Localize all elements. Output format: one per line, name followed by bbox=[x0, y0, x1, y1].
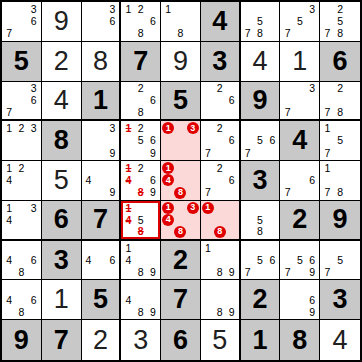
candidate-digit: 7 bbox=[321, 147, 334, 159]
empty-candidate-slot bbox=[202, 83, 214, 95]
candidate-digit: 1 bbox=[3, 162, 15, 174]
cell-r2c8[interactable]: 1 bbox=[280, 42, 320, 82]
empty-candidate-slot bbox=[266, 214, 278, 226]
candidate-grid: 26 bbox=[201, 82, 239, 120]
candidate-digit: 7 bbox=[321, 187, 334, 199]
empty-candidate-slot bbox=[306, 94, 318, 106]
empty-candidate-slot bbox=[15, 174, 27, 186]
cell-r6c7[interactable]: 58 bbox=[241, 201, 281, 241]
given-digit: 3 bbox=[333, 286, 348, 313]
empty-candidate-slot bbox=[94, 174, 106, 186]
candidate-digit: 4 bbox=[122, 294, 134, 306]
cell-r3c7[interactable]: 9 bbox=[241, 82, 281, 122]
candidate-digit: 4 bbox=[3, 214, 15, 226]
empty-candidate-slot bbox=[3, 306, 15, 318]
candidate-digit: 5 bbox=[334, 15, 347, 27]
cell-r6c1[interactable]: 134 bbox=[2, 201, 42, 241]
empty-candidate-slot bbox=[202, 106, 214, 118]
empty-candidate-slot bbox=[281, 254, 293, 266]
empty-candidate-slot bbox=[321, 94, 334, 106]
candidate-digit: 4 bbox=[3, 294, 15, 306]
empty-candidate-slot bbox=[266, 147, 278, 159]
cell-r5c5[interactable]: 148 bbox=[161, 161, 201, 201]
cell-r1c7[interactable]: 578 bbox=[241, 2, 281, 42]
empty-candidate-slot bbox=[187, 147, 199, 159]
cell-r8c4[interactable]: 489 bbox=[121, 280, 161, 320]
empty-candidate-slot bbox=[226, 83, 238, 95]
empty-candidate-slot bbox=[226, 294, 238, 306]
cell-r8c1[interactable]: 468 bbox=[2, 280, 42, 320]
cell-r3c8[interactable]: 37 bbox=[280, 82, 320, 122]
candidate-digit: 9 bbox=[147, 266, 159, 278]
cell-r2c4[interactable]: 7 bbox=[121, 42, 161, 82]
empty-candidate-slot bbox=[3, 135, 15, 147]
solved-digit: 1 bbox=[54, 286, 69, 313]
cell-r1c8[interactable]: 357 bbox=[280, 2, 320, 42]
candidate-digit: 7 bbox=[281, 266, 293, 278]
cell-r9c6[interactable]: 5 bbox=[201, 320, 241, 360]
cell-r2c6[interactable]: 3 bbox=[201, 42, 241, 82]
given-digit: 7 bbox=[133, 48, 148, 75]
cell-r5c9[interactable]: 178 bbox=[320, 161, 360, 201]
candidate-digit: 7 bbox=[281, 187, 293, 199]
cell-r6c3[interactable]: 7 bbox=[82, 201, 122, 241]
candidate-digit: 6 bbox=[226, 174, 238, 186]
cell-r1c2[interactable]: 9 bbox=[42, 2, 82, 42]
candidate-grid: 1268 bbox=[121, 2, 160, 41]
candidate-digit: 1 bbox=[122, 242, 134, 254]
empty-candidate-slot bbox=[3, 83, 15, 95]
empty-candidate-slot bbox=[281, 162, 293, 174]
empty-candidate-slot bbox=[254, 147, 266, 159]
cell-r8c8[interactable]: 69 bbox=[280, 280, 320, 320]
empty-candidate-slot bbox=[266, 226, 278, 238]
empty-candidate-slot bbox=[135, 242, 147, 254]
cell-r4c2[interactable]: 8 bbox=[42, 121, 82, 161]
candidate-digit: 6 bbox=[106, 254, 118, 266]
empty-candidate-slot bbox=[135, 202, 147, 214]
chain-candidate: 3 bbox=[187, 122, 199, 134]
given-digit: 8 bbox=[292, 327, 307, 354]
cell-r5c1[interactable]: 124 bbox=[2, 161, 42, 201]
cell-r7c5[interactable]: 2 bbox=[161, 241, 201, 281]
cell-r4c4[interactable]: 12569 bbox=[121, 121, 161, 161]
chain-candidate: 3 bbox=[187, 202, 199, 214]
candidate-digit: 6 bbox=[306, 254, 318, 266]
given-digit: 6 bbox=[173, 327, 188, 354]
cell-r9c1[interactable]: 9 bbox=[2, 320, 42, 360]
cell-r5c7[interactable]: 3 bbox=[241, 161, 281, 201]
candidate-grid: 148 bbox=[161, 161, 200, 200]
candidate-grid: 18 bbox=[161, 2, 200, 41]
candidate-digit: 2 bbox=[135, 122, 147, 134]
cell-r8c2[interactable]: 1 bbox=[42, 280, 82, 320]
cell-r4c8[interactable]: 4 bbox=[280, 121, 320, 161]
candidate-grid: 123 bbox=[2, 121, 41, 160]
empty-candidate-slot bbox=[242, 15, 254, 27]
cell-r9c4[interactable]: 3 bbox=[121, 320, 161, 360]
cell-r5c8[interactable]: 67 bbox=[280, 161, 320, 201]
cell-r3c1[interactable]: 367 bbox=[2, 82, 42, 122]
empty-candidate-slot bbox=[83, 162, 95, 174]
candidate-grid: 367 bbox=[2, 82, 41, 120]
empty-candidate-slot bbox=[294, 174, 306, 186]
empty-candidate-slot bbox=[306, 281, 318, 293]
cell-r4c3[interactable]: 39 bbox=[82, 121, 122, 161]
empty-candidate-slot bbox=[214, 242, 226, 254]
candidate-digit: 9 bbox=[106, 147, 118, 159]
candidate-digit: 1 bbox=[162, 3, 174, 15]
empty-candidate-slot bbox=[187, 3, 199, 15]
empty-candidate-slot bbox=[3, 94, 15, 106]
given-digit: 3 bbox=[253, 167, 268, 194]
empty-candidate-slot bbox=[94, 187, 106, 199]
empty-candidate-slot bbox=[242, 135, 254, 147]
empty-candidate-slot bbox=[306, 187, 318, 199]
cell-r6c2[interactable]: 6 bbox=[42, 201, 82, 241]
empty-candidate-slot bbox=[281, 83, 293, 95]
empty-candidate-slot bbox=[122, 281, 134, 293]
empty-candidate-slot bbox=[94, 147, 106, 159]
candidate-digit: 9 bbox=[106, 187, 118, 199]
empty-candidate-slot bbox=[202, 214, 214, 226]
candidate-digit: 5 bbox=[254, 254, 266, 266]
candidate-digit: 6 bbox=[226, 94, 238, 106]
solved-digit: 9 bbox=[173, 48, 188, 75]
candidate-grid: 157 bbox=[320, 121, 360, 160]
eliminated-candidate: 8 bbox=[135, 226, 147, 238]
empty-candidate-slot bbox=[106, 266, 118, 278]
candidate-digit: 2 bbox=[214, 122, 226, 134]
empty-candidate-slot bbox=[122, 83, 134, 95]
candidate-digit: 8 bbox=[174, 28, 186, 40]
cell-r6c8[interactable]: 2 bbox=[280, 201, 320, 241]
empty-candidate-slot bbox=[226, 226, 238, 238]
cell-r8c9[interactable]: 3 bbox=[320, 280, 360, 320]
chain-candidate: 4 bbox=[162, 214, 174, 226]
candidate-grid: 134 bbox=[2, 201, 41, 239]
cell-r7c4[interactable]: 1489 bbox=[121, 241, 161, 281]
cell-r7c8[interactable]: 5679 bbox=[280, 241, 320, 281]
candidate-digit: 5 bbox=[254, 135, 266, 147]
empty-candidate-slot bbox=[147, 83, 159, 95]
empty-candidate-slot bbox=[294, 94, 306, 106]
candidate-grid: 89 bbox=[201, 280, 239, 319]
empty-candidate-slot bbox=[28, 214, 40, 226]
empty-candidate-slot bbox=[214, 254, 226, 266]
candidate-digit: 9 bbox=[147, 147, 159, 159]
empty-candidate-slot bbox=[106, 242, 118, 254]
empty-candidate-slot bbox=[321, 15, 334, 27]
solved-digit: 4 bbox=[253, 48, 268, 75]
cell-r8c5[interactable]: 7 bbox=[161, 280, 201, 320]
candidate-digit: 9 bbox=[226, 306, 238, 318]
empty-candidate-slot bbox=[294, 162, 306, 174]
chain-candidate-bubble: 3 bbox=[187, 122, 199, 134]
empty-candidate-slot bbox=[15, 15, 27, 27]
empty-candidate-slot bbox=[294, 83, 306, 95]
candidate-grid: 357 bbox=[280, 2, 319, 41]
candidate-grid: 124 bbox=[2, 161, 41, 200]
empty-candidate-slot bbox=[94, 135, 106, 147]
empty-candidate-slot bbox=[187, 15, 199, 27]
empty-candidate-slot bbox=[321, 3, 334, 15]
cell-r9c3[interactable]: 2 bbox=[82, 320, 122, 360]
empty-candidate-slot bbox=[15, 3, 27, 15]
empty-candidate-slot bbox=[94, 15, 106, 27]
cell-r5c6[interactable]: 267 bbox=[201, 161, 241, 201]
empty-candidate-slot bbox=[202, 122, 214, 134]
cell-r9c5[interactable]: 6 bbox=[161, 320, 201, 360]
empty-candidate-slot bbox=[174, 214, 186, 226]
candidate-digit: 5 bbox=[254, 15, 266, 27]
empty-candidate-slot bbox=[321, 83, 334, 95]
given-digit: 6 bbox=[54, 206, 69, 233]
empty-candidate-slot bbox=[214, 214, 226, 226]
chain-candidate: 8 bbox=[174, 187, 186, 199]
cell-r2c3[interactable]: 8 bbox=[82, 42, 122, 82]
empty-candidate-slot bbox=[106, 174, 118, 186]
cell-r3c4[interactable]: 268 bbox=[121, 82, 161, 122]
empty-candidate-slot bbox=[321, 254, 334, 266]
given-digit: 2 bbox=[292, 206, 307, 233]
cell-r7c6[interactable]: 189 bbox=[201, 241, 241, 281]
candidate-grid: 567 bbox=[241, 121, 280, 160]
empty-candidate-slot bbox=[174, 202, 186, 214]
empty-candidate-slot bbox=[346, 187, 359, 199]
candidate-digit: 1 bbox=[321, 162, 334, 174]
candidate-digit: 6 bbox=[147, 15, 159, 27]
candidate-digit: 8 bbox=[135, 306, 147, 318]
chain-candidate-bubble: 1 bbox=[162, 202, 174, 214]
empty-candidate-slot bbox=[3, 187, 15, 199]
candidate-digit: 6 bbox=[28, 94, 40, 106]
empty-candidate-slot bbox=[147, 254, 159, 266]
empty-candidate-slot bbox=[28, 187, 40, 199]
given-digit: 1 bbox=[93, 87, 108, 114]
empty-candidate-slot bbox=[202, 281, 214, 293]
empty-candidate-slot bbox=[346, 106, 359, 118]
cell-r8c6[interactable]: 89 bbox=[201, 280, 241, 320]
empty-candidate-slot bbox=[281, 15, 293, 27]
empty-candidate-slot bbox=[334, 174, 347, 186]
empty-candidate-slot bbox=[306, 106, 318, 118]
cell-r2c1[interactable]: 5 bbox=[2, 42, 42, 82]
candidate-digit: 7 bbox=[202, 147, 214, 159]
empty-candidate-slot bbox=[174, 3, 186, 15]
candidate-digit: 9 bbox=[306, 266, 318, 278]
cell-r1c3[interactable]: 36 bbox=[82, 2, 122, 42]
cell-r5c3[interactable]: 49 bbox=[82, 161, 122, 201]
cell-r1c4[interactable]: 1268 bbox=[121, 2, 161, 42]
cell-r9c7[interactable]: 1 bbox=[241, 320, 281, 360]
cell-r7c7[interactable]: 567 bbox=[241, 241, 281, 281]
cell-r1c6[interactable]: 4 bbox=[201, 2, 241, 42]
cell-r3c2[interactable]: 4 bbox=[42, 82, 82, 122]
empty-candidate-slot bbox=[83, 15, 95, 27]
empty-candidate-slot bbox=[281, 94, 293, 106]
empty-candidate-slot bbox=[214, 202, 226, 214]
candidate-digit: 5 bbox=[254, 214, 266, 226]
candidate-digit: 6 bbox=[106, 15, 118, 27]
chain-candidate-bubble: 1 bbox=[202, 202, 214, 214]
empty-candidate-slot bbox=[162, 28, 174, 40]
candidate-digit: 4 bbox=[83, 254, 95, 266]
cell-r7c1[interactable]: 468 bbox=[2, 241, 42, 281]
candidate-digit: 8 bbox=[214, 266, 226, 278]
empty-candidate-slot bbox=[306, 15, 318, 27]
cell-r3c3[interactable]: 1 bbox=[82, 82, 122, 122]
empty-candidate-slot bbox=[83, 147, 95, 159]
cell-r9c8[interactable]: 8 bbox=[280, 320, 320, 360]
empty-candidate-slot bbox=[83, 187, 95, 199]
empty-candidate-slot bbox=[294, 106, 306, 118]
cell-r6c6[interactable]: 18 bbox=[201, 201, 241, 241]
candidate-grid: 267 bbox=[201, 161, 239, 200]
empty-candidate-slot bbox=[266, 202, 278, 214]
candidate-digit: 8 bbox=[135, 28, 147, 40]
cell-r7c2[interactable]: 3 bbox=[42, 241, 82, 281]
cell-r3c5[interactable]: 5 bbox=[161, 82, 201, 122]
empty-candidate-slot bbox=[122, 226, 134, 238]
cell-r8c7[interactable]: 2 bbox=[241, 280, 281, 320]
empty-candidate-slot bbox=[346, 15, 359, 27]
candidate-digit: 8 bbox=[214, 306, 226, 318]
cell-r1c9[interactable]: 2578 bbox=[320, 2, 360, 42]
empty-candidate-slot bbox=[266, 122, 278, 134]
given-digit: 5 bbox=[173, 87, 188, 114]
candidate-digit: 6 bbox=[226, 135, 238, 147]
candidate-digit: 2 bbox=[334, 83, 347, 95]
cell-r3c9[interactable]: 278 bbox=[320, 82, 360, 122]
empty-candidate-slot bbox=[346, 94, 359, 106]
candidate-digit: 7 bbox=[3, 28, 15, 40]
empty-candidate-slot bbox=[306, 162, 318, 174]
empty-candidate-slot bbox=[15, 242, 27, 254]
candidate-digit: 4 bbox=[3, 254, 15, 266]
chain-candidate-bubble: 8 bbox=[174, 187, 186, 199]
candidate-digit: 2 bbox=[135, 162, 147, 174]
candidate-digit: 8 bbox=[254, 226, 266, 238]
empty-candidate-slot bbox=[3, 281, 15, 293]
candidate-digit: 3 bbox=[28, 3, 40, 15]
empty-candidate-slot bbox=[83, 266, 95, 278]
empty-candidate-slot bbox=[174, 15, 186, 27]
cell-r5c2[interactable]: 5 bbox=[42, 161, 82, 201]
empty-candidate-slot bbox=[15, 28, 27, 40]
given-digit: 5 bbox=[93, 286, 108, 313]
empty-candidate-slot bbox=[202, 162, 214, 174]
candidate-digit: 2 bbox=[15, 162, 27, 174]
empty-candidate-slot bbox=[122, 266, 134, 278]
empty-candidate-slot bbox=[294, 266, 306, 278]
candidate-digit: 2 bbox=[214, 83, 226, 95]
empty-candidate-slot bbox=[294, 28, 306, 40]
cell-r9c9[interactable]: 4 bbox=[320, 320, 360, 360]
cell-r7c3[interactable]: 46 bbox=[82, 241, 122, 281]
candidate-grid: 189 bbox=[201, 241, 239, 280]
candidate-digit: 3 bbox=[106, 3, 118, 15]
empty-candidate-slot bbox=[281, 242, 293, 254]
empty-candidate-slot bbox=[174, 174, 186, 186]
cell-r6c5[interactable]: 1348 bbox=[161, 201, 201, 241]
empty-candidate-slot bbox=[214, 94, 226, 106]
candidate-digit: 5 bbox=[135, 214, 147, 226]
empty-candidate-slot bbox=[226, 147, 238, 159]
cell-r4c7[interactable]: 567 bbox=[241, 121, 281, 161]
cell-r5c4[interactable]: 124689 bbox=[121, 161, 161, 201]
candidate-digit: 7 bbox=[3, 106, 15, 118]
empty-candidate-slot bbox=[226, 202, 238, 214]
candidate-digit: 4 bbox=[122, 254, 134, 266]
cell-r4c1[interactable]: 123 bbox=[2, 121, 42, 161]
cell-r2c5[interactable]: 9 bbox=[161, 42, 201, 82]
cell-r2c9[interactable]: 6 bbox=[320, 42, 360, 82]
cell-r9c2[interactable]: 7 bbox=[42, 320, 82, 360]
given-digit: 9 bbox=[14, 327, 29, 354]
given-digit: 4 bbox=[212, 8, 227, 35]
cell-r6c4[interactable]: 1458 bbox=[121, 201, 161, 241]
cell-r4c6[interactable]: 267 bbox=[201, 121, 241, 161]
candidate-digit: 9 bbox=[147, 187, 159, 199]
empty-candidate-slot bbox=[28, 147, 40, 159]
empty-candidate-slot bbox=[174, 162, 186, 174]
given-digit: 1 bbox=[253, 327, 268, 354]
cell-r2c7[interactable]: 4 bbox=[241, 42, 281, 82]
cell-r1c1[interactable]: 367 bbox=[2, 2, 42, 42]
empty-candidate-slot bbox=[306, 28, 318, 40]
eliminated-candidate: 4 bbox=[122, 214, 134, 226]
empty-candidate-slot bbox=[135, 15, 147, 27]
empty-candidate-slot bbox=[281, 174, 293, 186]
cell-r1c5[interactable]: 18 bbox=[161, 2, 201, 42]
cell-r4c5[interactable]: 13 bbox=[161, 121, 201, 161]
cell-r6c9[interactable]: 9 bbox=[320, 201, 360, 241]
candidate-digit: 1 bbox=[3, 122, 15, 134]
empty-candidate-slot bbox=[202, 306, 214, 318]
empty-candidate-slot bbox=[135, 147, 147, 159]
candidate-digit: 4 bbox=[83, 174, 95, 186]
candidate-grid: 278 bbox=[320, 82, 360, 120]
empty-candidate-slot bbox=[94, 28, 106, 40]
cell-r4c9[interactable]: 157 bbox=[320, 121, 360, 161]
cell-r7c9[interactable]: 57 bbox=[320, 241, 360, 281]
empty-candidate-slot bbox=[3, 226, 15, 238]
empty-candidate-slot bbox=[254, 202, 266, 214]
empty-candidate-slot bbox=[3, 147, 15, 159]
empty-candidate-slot bbox=[334, 266, 347, 278]
empty-candidate-slot bbox=[214, 106, 226, 118]
empty-candidate-slot bbox=[226, 281, 238, 293]
candidate-digit: 9 bbox=[226, 266, 238, 278]
candidate-digit: 8 bbox=[135, 106, 147, 118]
empty-candidate-slot bbox=[346, 254, 359, 266]
empty-candidate-slot bbox=[254, 242, 266, 254]
given-digit: 3 bbox=[212, 48, 227, 75]
chain-candidate-bubble: 4 bbox=[162, 174, 174, 186]
candidate-digit: 6 bbox=[266, 135, 278, 147]
candidate-digit: 8 bbox=[15, 266, 27, 278]
cell-r2c2[interactable]: 2 bbox=[42, 42, 82, 82]
cell-r3c6[interactable]: 26 bbox=[201, 82, 241, 122]
empty-candidate-slot bbox=[266, 3, 278, 15]
chain-candidate-bubble: 4 bbox=[162, 214, 174, 226]
cell-r8c3[interactable]: 5 bbox=[82, 280, 122, 320]
empty-candidate-slot bbox=[15, 83, 27, 95]
candidate-grid: 69 bbox=[280, 280, 319, 319]
empty-candidate-slot bbox=[346, 147, 359, 159]
empty-candidate-slot bbox=[202, 254, 214, 266]
